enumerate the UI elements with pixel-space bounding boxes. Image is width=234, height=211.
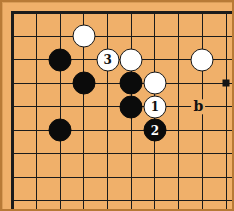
intersection bbox=[119, 166, 143, 190]
intersection bbox=[48, 95, 72, 119]
grid-line-vertical bbox=[107, 72, 108, 96]
grid-line-vertical bbox=[83, 95, 84, 119]
intersection bbox=[96, 95, 120, 119]
intersection bbox=[214, 25, 234, 49]
intersection bbox=[48, 142, 72, 166]
grid-line-vertical bbox=[107, 189, 108, 211]
intersection bbox=[167, 95, 191, 119]
intersection bbox=[167, 119, 191, 143]
grid-line-vertical bbox=[36, 119, 37, 143]
intersection: b bbox=[191, 95, 215, 119]
intersection bbox=[48, 72, 72, 96]
grid-line-vertical bbox=[107, 166, 108, 190]
intersection bbox=[214, 189, 234, 211]
white-stone bbox=[120, 48, 143, 71]
white-stone bbox=[191, 48, 214, 71]
point-label-b: b bbox=[191, 99, 205, 114]
intersection bbox=[25, 189, 49, 211]
intersection bbox=[25, 119, 49, 143]
grid-line-vertical bbox=[60, 142, 61, 166]
intersection bbox=[25, 1, 49, 25]
grid-line-vertical bbox=[36, 142, 37, 166]
grid-line-vertical bbox=[154, 142, 155, 166]
intersection bbox=[167, 142, 191, 166]
intersection bbox=[25, 95, 49, 119]
grid-line-vertical bbox=[226, 95, 227, 119]
intersection bbox=[96, 25, 120, 49]
grid-line-vertical bbox=[11, 142, 14, 166]
intersection bbox=[191, 166, 215, 190]
grid-line-vertical bbox=[36, 48, 37, 72]
intersection bbox=[1, 25, 25, 49]
intersection bbox=[143, 166, 167, 190]
intersection bbox=[25, 25, 49, 49]
grid-line-horizontal bbox=[214, 59, 234, 60]
grid-line-vertical bbox=[202, 72, 203, 96]
intersection bbox=[119, 142, 143, 166]
intersection bbox=[191, 1, 215, 25]
intersection bbox=[25, 72, 49, 96]
intersection bbox=[72, 142, 96, 166]
black-stone-move-2: 2 bbox=[143, 119, 166, 142]
grid-line-vertical bbox=[60, 95, 61, 119]
grid-line-vertical bbox=[11, 119, 14, 143]
grid-line-vertical bbox=[83, 119, 84, 143]
grid-line-vertical bbox=[131, 189, 132, 211]
grid-line-horizontal bbox=[214, 11, 234, 14]
grid-line-vertical bbox=[202, 119, 203, 143]
grid-line-vertical bbox=[131, 119, 132, 143]
white-stone-move-1: 1 bbox=[143, 95, 166, 118]
intersection bbox=[191, 119, 215, 143]
intersection bbox=[72, 25, 96, 49]
grid-line-vertical bbox=[83, 142, 84, 166]
grid-line-vertical bbox=[178, 11, 179, 24]
intersection bbox=[72, 48, 96, 72]
intersection: 2 bbox=[143, 119, 167, 143]
intersection bbox=[96, 189, 120, 211]
intersection bbox=[143, 1, 167, 25]
grid-line-vertical bbox=[178, 142, 179, 166]
grid-line-vertical bbox=[60, 25, 61, 49]
grid-line-vertical bbox=[178, 95, 179, 119]
white-stone bbox=[72, 25, 95, 48]
intersection bbox=[48, 25, 72, 49]
hoshi-star-point-marker bbox=[223, 80, 230, 87]
grid-line-vertical bbox=[11, 189, 14, 211]
grid-line-vertical bbox=[131, 166, 132, 190]
intersection bbox=[72, 166, 96, 190]
grid-line-vertical bbox=[178, 25, 179, 49]
grid-line-vertical bbox=[226, 119, 227, 143]
intersection bbox=[191, 189, 215, 211]
black-stone bbox=[49, 119, 72, 142]
intersection bbox=[72, 189, 96, 211]
intersection bbox=[143, 142, 167, 166]
grid-line-vertical bbox=[60, 166, 61, 190]
go-diagram: 31b2 bbox=[0, 0, 234, 211]
grid-line-vertical bbox=[107, 142, 108, 166]
grid-line-vertical bbox=[226, 189, 227, 211]
grid-line-vertical bbox=[178, 119, 179, 143]
grid-line-vertical bbox=[226, 48, 227, 72]
intersection bbox=[1, 166, 25, 190]
intersection bbox=[214, 72, 234, 96]
grid-line-vertical bbox=[154, 48, 155, 72]
grid-line-vertical bbox=[226, 142, 227, 166]
intersection bbox=[167, 48, 191, 72]
intersection bbox=[96, 119, 120, 143]
grid-line-vertical bbox=[36, 166, 37, 190]
grid-line-vertical bbox=[107, 119, 108, 143]
grid-line-vertical bbox=[154, 166, 155, 190]
grid-line-vertical bbox=[154, 189, 155, 211]
grid-line-vertical bbox=[60, 189, 61, 211]
intersection bbox=[48, 166, 72, 190]
intersection: 1 bbox=[143, 95, 167, 119]
grid-line-vertical bbox=[131, 25, 132, 49]
grid-line-vertical bbox=[131, 11, 132, 24]
intersection bbox=[48, 1, 72, 25]
intersection bbox=[214, 95, 234, 119]
grid-line-vertical bbox=[107, 25, 108, 49]
intersection bbox=[1, 119, 25, 143]
grid-line-vertical bbox=[11, 72, 14, 96]
intersection bbox=[1, 72, 25, 96]
intersection bbox=[96, 142, 120, 166]
grid-line-vertical bbox=[226, 25, 227, 49]
grid-line-vertical bbox=[11, 166, 14, 190]
grid-line-vertical bbox=[154, 25, 155, 49]
black-stone bbox=[120, 95, 143, 118]
grid-line-horizontal bbox=[214, 153, 234, 154]
grid-line-vertical bbox=[202, 142, 203, 166]
intersection bbox=[167, 189, 191, 211]
grid-line-vertical bbox=[36, 25, 37, 49]
grid-line-vertical bbox=[178, 166, 179, 190]
grid-line-vertical bbox=[36, 95, 37, 119]
grid-line-vertical bbox=[36, 189, 37, 211]
intersection bbox=[96, 166, 120, 190]
intersection bbox=[167, 72, 191, 96]
intersection bbox=[191, 142, 215, 166]
intersection bbox=[1, 1, 25, 25]
intersection bbox=[48, 119, 72, 143]
intersection bbox=[119, 25, 143, 49]
grid-line-vertical bbox=[83, 166, 84, 190]
grid-line-vertical bbox=[226, 166, 227, 190]
grid-line-vertical bbox=[178, 72, 179, 96]
intersection: 3 bbox=[96, 48, 120, 72]
intersection bbox=[1, 95, 25, 119]
grid-line-vertical bbox=[36, 11, 37, 24]
intersection bbox=[143, 72, 167, 96]
intersection bbox=[191, 72, 215, 96]
intersection bbox=[119, 1, 143, 25]
intersection bbox=[48, 189, 72, 211]
intersection bbox=[214, 166, 234, 190]
grid-line-vertical bbox=[11, 25, 14, 49]
grid-line-vertical bbox=[11, 48, 14, 72]
intersection bbox=[143, 25, 167, 49]
go-board: 31b2 bbox=[1, 1, 234, 211]
grid-line-vertical bbox=[107, 11, 108, 24]
grid-line-horizontal bbox=[214, 177, 234, 178]
grid-line-horizontal bbox=[214, 200, 234, 201]
intersection bbox=[1, 142, 25, 166]
grid-line-vertical bbox=[83, 48, 84, 72]
black-stone bbox=[49, 48, 72, 71]
grid-line-vertical bbox=[226, 11, 227, 24]
grid-line-vertical bbox=[178, 48, 179, 72]
intersection bbox=[25, 48, 49, 72]
intersection bbox=[214, 119, 234, 143]
intersection bbox=[119, 72, 143, 96]
intersection bbox=[119, 48, 143, 72]
intersection bbox=[191, 25, 215, 49]
intersection bbox=[72, 72, 96, 96]
grid-line-vertical bbox=[202, 166, 203, 190]
grid-line-vertical bbox=[202, 189, 203, 211]
intersection bbox=[143, 48, 167, 72]
intersection bbox=[72, 1, 96, 25]
intersection bbox=[119, 189, 143, 211]
grid-line-vertical bbox=[11, 95, 14, 119]
grid-line-horizontal bbox=[214, 106, 234, 107]
intersection bbox=[167, 25, 191, 49]
intersection bbox=[72, 95, 96, 119]
intersection bbox=[1, 48, 25, 72]
intersection bbox=[167, 166, 191, 190]
intersection bbox=[119, 95, 143, 119]
intersection bbox=[214, 48, 234, 72]
white-stone bbox=[143, 72, 166, 95]
intersection bbox=[119, 119, 143, 143]
black-stone bbox=[120, 72, 143, 95]
grid-line-horizontal bbox=[214, 36, 234, 37]
grid-line-vertical bbox=[36, 72, 37, 96]
black-stone bbox=[72, 72, 95, 95]
intersection bbox=[167, 1, 191, 25]
intersection bbox=[214, 142, 234, 166]
intersection bbox=[48, 48, 72, 72]
grid-line-vertical bbox=[202, 11, 203, 24]
grid-line-vertical bbox=[202, 25, 203, 49]
white-stone-move-3: 3 bbox=[96, 48, 119, 71]
intersection bbox=[25, 166, 49, 190]
intersection bbox=[143, 189, 167, 211]
grid-line-vertical bbox=[107, 95, 108, 119]
intersection bbox=[214, 1, 234, 25]
intersection bbox=[96, 1, 120, 25]
intersection bbox=[1, 189, 25, 211]
grid-line-horizontal bbox=[214, 130, 234, 131]
grid-line-vertical bbox=[83, 11, 84, 24]
grid-line-vertical bbox=[178, 189, 179, 211]
intersection bbox=[191, 48, 215, 72]
intersection bbox=[72, 119, 96, 143]
grid-line-vertical bbox=[154, 11, 155, 24]
grid-line-vertical bbox=[60, 72, 61, 96]
grid-line-vertical bbox=[60, 11, 61, 24]
intersection bbox=[96, 72, 120, 96]
grid-line-vertical bbox=[11, 11, 14, 24]
grid-line-vertical bbox=[83, 189, 84, 211]
grid-line-vertical bbox=[131, 142, 132, 166]
intersection bbox=[25, 142, 49, 166]
